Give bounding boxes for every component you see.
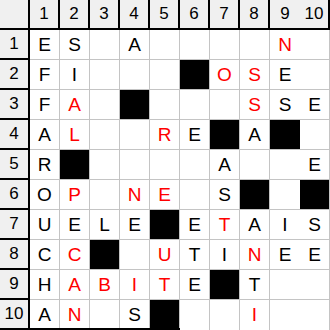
cell-r1c2[interactable]: S	[60, 30, 90, 60]
col-header-3: 3	[90, 0, 120, 30]
cell-r10c9[interactable]	[270, 300, 300, 330]
cell-r4c10[interactable]	[300, 120, 330, 150]
col-header-2: 2	[60, 0, 90, 30]
row-header-7: 7	[0, 210, 30, 240]
col-header-4: 4	[120, 0, 150, 30]
cell-r1c3[interactable]	[90, 30, 120, 60]
cell-r3c8[interactable]: S	[240, 90, 270, 120]
cell-r2c4[interactable]	[120, 60, 150, 90]
row-header-2: 2	[0, 60, 30, 90]
cell-r3c3[interactable]	[90, 90, 120, 120]
cell-r9c8[interactable]: T	[240, 270, 270, 300]
cell-r10c2[interactable]: N	[60, 300, 90, 330]
cell-r7c7[interactable]: T	[210, 210, 240, 240]
cell-r7c1[interactable]: U	[30, 210, 60, 240]
row-header-1: 1	[0, 30, 30, 60]
cell-r7c10[interactable]: S	[300, 210, 330, 240]
row-header-3: 3	[0, 90, 30, 120]
cell-r8c7[interactable]: I	[210, 240, 240, 270]
cell-r7c4[interactable]: E	[120, 210, 150, 240]
cell-r8c9[interactable]: E	[270, 240, 300, 270]
cell-r2c8[interactable]: S	[240, 60, 270, 90]
cell-r6c9[interactable]	[270, 180, 300, 210]
block-r7c5	[150, 210, 180, 240]
block-r2c6	[180, 60, 210, 90]
cell-r9c3[interactable]: B	[90, 270, 120, 300]
col-header-9: 9	[270, 0, 300, 30]
cell-r5c9[interactable]	[270, 150, 300, 180]
cell-r2c5[interactable]	[150, 60, 180, 90]
cell-r9c1[interactable]: H	[30, 270, 60, 300]
col-header-10: 10	[300, 0, 330, 30]
cell-r1c5[interactable]	[150, 30, 180, 60]
cell-r8c1[interactable]: C	[30, 240, 60, 270]
cell-r9c6[interactable]: E	[180, 270, 210, 300]
cell-r5c8[interactable]	[240, 150, 270, 180]
cell-r6c1[interactable]: O	[30, 180, 60, 210]
cell-r3c2[interactable]: A	[60, 90, 90, 120]
cell-r9c10[interactable]	[300, 270, 330, 300]
row-header-8: 8	[0, 240, 30, 270]
cell-r5c6[interactable]	[180, 150, 210, 180]
block-r3c4	[120, 90, 150, 120]
row-header-5: 5	[0, 150, 30, 180]
cell-r2c10[interactable]	[300, 60, 330, 90]
cell-r8c2[interactable]: C	[60, 240, 90, 270]
cell-r10c10[interactable]	[300, 300, 330, 330]
block-r4c9	[270, 120, 300, 150]
cell-r2c9[interactable]: E	[270, 60, 300, 90]
block-r9c7	[210, 270, 240, 300]
cell-r4c5[interactable]: R	[150, 120, 180, 150]
col-header-6: 6	[180, 0, 210, 30]
row-header-9: 9	[0, 270, 30, 300]
block-r6c10	[300, 180, 330, 210]
cell-r7c2[interactable]: E	[60, 210, 90, 240]
cell-r6c7[interactable]: S	[210, 180, 240, 210]
col-header-1: 1	[30, 0, 60, 30]
cell-r10c8[interactable]: I	[240, 300, 270, 330]
cell-r6c2[interactable]: P	[60, 180, 90, 210]
col-header-7: 7	[210, 0, 240, 30]
cell-r4c8[interactable]: A	[240, 120, 270, 150]
row-header-4: 4	[0, 120, 30, 150]
block-r5c2	[60, 150, 90, 180]
cell-r7c3[interactable]: L	[90, 210, 120, 240]
cell-r9c2[interactable]: A	[60, 270, 90, 300]
corner-cell	[0, 0, 30, 30]
cell-r10c7[interactable]	[210, 300, 240, 330]
cell-r8c10[interactable]: E	[300, 240, 330, 270]
cell-r2c2[interactable]: I	[60, 60, 90, 90]
cell-r3c5[interactable]	[150, 90, 180, 120]
cell-r8c8[interactable]: N	[240, 240, 270, 270]
cell-r10c6[interactable]	[180, 300, 210, 330]
cell-r5c7[interactable]: A	[210, 150, 240, 180]
cell-r5c3[interactable]	[90, 150, 120, 180]
row-header-6: 6	[0, 180, 30, 210]
cell-r9c4[interactable]: I	[120, 270, 150, 300]
cell-r8c4[interactable]	[120, 240, 150, 270]
cell-r3c7[interactable]	[210, 90, 240, 120]
cell-r9c5[interactable]: T	[150, 270, 180, 300]
cell-r1c6[interactable]	[180, 30, 210, 60]
cell-r4c1[interactable]: A	[30, 120, 60, 150]
cell-r3c9[interactable]: S	[270, 90, 300, 120]
cell-r3c6[interactable]	[180, 90, 210, 120]
row-header-10: 10	[0, 300, 30, 330]
cell-r1c4[interactable]: A	[120, 30, 150, 60]
cell-r1c9[interactable]: N	[270, 30, 300, 60]
cell-r5c10[interactable]: E	[300, 150, 330, 180]
cell-r4c4[interactable]	[120, 120, 150, 150]
col-header-5: 5	[150, 0, 180, 30]
cell-r4c6[interactable]: E	[180, 120, 210, 150]
cell-r8c6[interactable]: T	[180, 240, 210, 270]
cell-r10c4[interactable]: S	[120, 300, 150, 330]
cell-r2c3[interactable]	[90, 60, 120, 90]
cell-r4c3[interactable]	[90, 120, 120, 150]
cell-r1c10[interactable]	[300, 30, 330, 60]
cell-r1c1[interactable]: E	[30, 30, 60, 60]
cell-r6c3[interactable]	[90, 180, 120, 210]
block-r6c8	[240, 180, 270, 210]
cell-r8c5[interactable]: U	[150, 240, 180, 270]
block-r10c5	[150, 300, 180, 330]
crossword-board: 123456789101ESAN2FIOSE3FASSE4ALREA5RAE6O…	[0, 0, 330, 330]
cell-r3c1[interactable]: F	[30, 90, 60, 120]
cell-r1c7[interactable]	[210, 30, 240, 60]
cell-r2c7[interactable]: O	[210, 60, 240, 90]
cell-r6c5[interactable]: E	[150, 180, 180, 210]
cell-r6c6[interactable]	[180, 180, 210, 210]
cell-r4c2[interactable]: L	[60, 120, 90, 150]
cell-r7c6[interactable]: E	[180, 210, 210, 240]
cell-r10c1[interactable]: A	[30, 300, 60, 330]
cell-r3c10[interactable]: E	[300, 90, 330, 120]
col-header-8: 8	[240, 0, 270, 30]
cell-r9c9[interactable]	[270, 270, 300, 300]
block-r4c7	[210, 120, 240, 150]
block-r8c3	[90, 240, 120, 270]
cell-r5c4[interactable]	[120, 150, 150, 180]
cell-r7c9[interactable]: I	[270, 210, 300, 240]
cell-r1c8[interactable]	[240, 30, 270, 60]
cell-r2c1[interactable]: F	[30, 60, 60, 90]
cell-r10c3[interactable]	[90, 300, 120, 330]
cell-r5c5[interactable]	[150, 150, 180, 180]
cell-r5c1[interactable]: R	[30, 150, 60, 180]
cell-r6c4[interactable]: N	[120, 180, 150, 210]
cell-r7c8[interactable]: A	[240, 210, 270, 240]
